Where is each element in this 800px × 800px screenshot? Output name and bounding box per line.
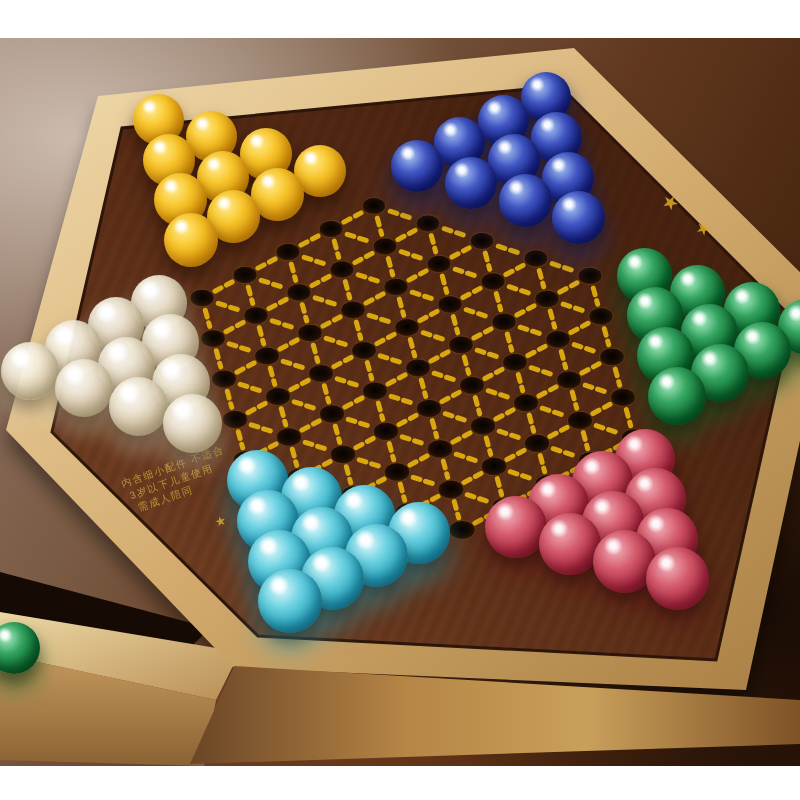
tray-marble-green[interactable] <box>0 622 40 674</box>
marble-red[interactable] <box>539 513 601 575</box>
marble-blue[interactable] <box>552 191 605 244</box>
marble-blue[interactable] <box>445 157 497 209</box>
marble-clear[interactable] <box>1 342 59 400</box>
marble-layer <box>0 0 800 800</box>
marble-cyan[interactable] <box>258 569 322 633</box>
marble-red[interactable] <box>485 496 547 558</box>
marble-yellow[interactable] <box>164 213 218 267</box>
photo-margin-bottom <box>0 766 800 800</box>
marble-blue[interactable] <box>391 140 443 192</box>
marble-blue[interactable] <box>499 174 552 227</box>
marble-clear[interactable] <box>109 377 168 436</box>
photo-scene: ★ ★ ★ 内含细小配件 不适合 3岁以下儿童使用 需成人陪同 <box>0 0 800 800</box>
marble-green[interactable] <box>648 367 706 425</box>
marble-clear[interactable] <box>55 359 113 417</box>
marble-clear[interactable] <box>163 394 222 453</box>
marble-red[interactable] <box>646 547 709 610</box>
photo-margin-top <box>0 0 800 38</box>
